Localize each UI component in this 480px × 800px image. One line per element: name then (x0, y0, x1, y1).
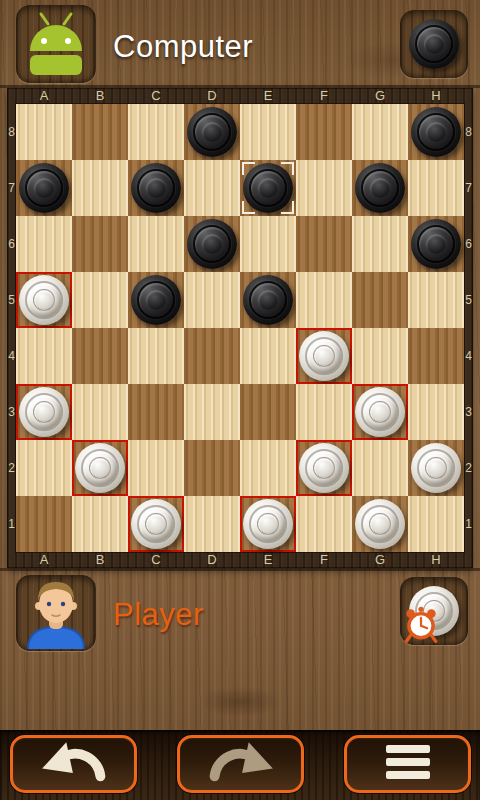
rank-label-left-7: 7 (7, 160, 16, 216)
file-label-top-f: F (296, 88, 352, 104)
file-label-top-c: C (128, 88, 184, 104)
rank-label-left-8: 8 (7, 104, 16, 160)
rank-label-left-4: 4 (7, 328, 16, 384)
square-a5[interactable] (16, 272, 72, 328)
square-h6[interactable] (408, 216, 464, 272)
square-d5[interactable] (184, 272, 240, 328)
white-man-c1[interactable] (131, 499, 181, 549)
redo-arrow-icon (205, 740, 277, 788)
square-h1[interactable] (408, 496, 464, 552)
file-label-bottom-d: D (184, 552, 240, 568)
square-g4[interactable] (352, 328, 408, 384)
square-b5[interactable] (72, 272, 128, 328)
file-label-bottom-b: B (72, 552, 128, 568)
file-label-bottom-f: F (296, 552, 352, 568)
square-d1[interactable] (184, 496, 240, 552)
black-man-d8[interactable] (187, 107, 237, 157)
square-b4[interactable] (72, 328, 128, 384)
player-name-label: Player (113, 597, 204, 633)
player-piece-tray[interactable] (400, 577, 468, 645)
square-h3[interactable] (408, 384, 464, 440)
white-man-g3[interactable] (355, 387, 405, 437)
square-c6[interactable] (128, 216, 184, 272)
square-d3[interactable] (184, 384, 240, 440)
square-a1[interactable] (16, 496, 72, 552)
square-d2[interactable] (184, 440, 240, 496)
square-d6[interactable] (184, 216, 240, 272)
computer-side-indicator (409, 19, 459, 69)
file-label-top-d: D (184, 88, 240, 104)
rank-label-right-6: 6 (464, 216, 473, 272)
white-man-b2[interactable] (75, 443, 125, 493)
black-man-h6[interactable] (411, 219, 461, 269)
checkers-board: ABCDEFGH ABCDEFGH 87654321 87654321 (7, 88, 473, 568)
rank-label-left-1: 1 (7, 496, 16, 552)
square-h5[interactable] (408, 272, 464, 328)
black-checker-piece (409, 19, 459, 69)
computer-avatar-button[interactable] (16, 5, 96, 83)
file-label-top-e: E (240, 88, 296, 104)
square-e2[interactable] (240, 440, 296, 496)
computer-piece-tray[interactable] (400, 10, 468, 78)
file-labels-bottom: ABCDEFGH (16, 552, 464, 568)
player-side-indicator (409, 586, 459, 636)
square-c3[interactable] (128, 384, 184, 440)
black-man-e5[interactable] (243, 275, 293, 325)
square-h2[interactable] (408, 440, 464, 496)
square-f1[interactable] (296, 496, 352, 552)
square-g6[interactable] (352, 216, 408, 272)
square-d7[interactable] (184, 160, 240, 216)
rank-label-left-3: 3 (7, 384, 16, 440)
rank-label-left-5: 5 (7, 272, 16, 328)
undo-button[interactable] (10, 735, 137, 793)
square-f8[interactable] (296, 104, 352, 160)
rank-labels-left: 87654321 (7, 104, 16, 552)
undo-arrow-icon (38, 740, 110, 788)
file-label-top-b: B (72, 88, 128, 104)
square-g1[interactable] (352, 496, 408, 552)
square-a7[interactable] (16, 160, 72, 216)
player-avatar-button[interactable] (16, 575, 96, 651)
rank-label-right-1: 1 (464, 496, 473, 552)
square-h4[interactable] (408, 328, 464, 384)
rank-label-right-3: 3 (464, 384, 473, 440)
computer-name-label: Computer (113, 29, 253, 65)
rank-labels-right: 87654321 (464, 104, 473, 552)
square-a8[interactable] (16, 104, 72, 160)
square-f4[interactable] (296, 328, 352, 384)
square-h8[interactable] (408, 104, 464, 160)
square-g7[interactable] (352, 160, 408, 216)
square-g8[interactable] (352, 104, 408, 160)
square-e8[interactable] (240, 104, 296, 160)
square-h7[interactable] (408, 160, 464, 216)
rank-label-right-7: 7 (464, 160, 473, 216)
square-d8[interactable] (184, 104, 240, 160)
android-robot-icon (16, 5, 96, 83)
square-c8[interactable] (128, 104, 184, 160)
black-man-c5[interactable] (131, 275, 181, 325)
square-e4[interactable] (240, 328, 296, 384)
square-f3[interactable] (296, 384, 352, 440)
square-b8[interactable] (72, 104, 128, 160)
square-d4[interactable] (184, 328, 240, 384)
file-label-bottom-h: H (408, 552, 464, 568)
square-g2[interactable] (352, 440, 408, 496)
white-man-h2[interactable] (411, 443, 461, 493)
rank-label-left-2: 2 (7, 440, 16, 496)
square-a4[interactable] (16, 328, 72, 384)
black-man-h8[interactable] (411, 107, 461, 157)
alarm-clock-icon (402, 605, 440, 643)
square-c5[interactable] (128, 272, 184, 328)
wood-seam-bottom (0, 568, 480, 571)
square-b7[interactable] (72, 160, 128, 216)
white-man-a5[interactable] (19, 275, 69, 325)
square-c4[interactable] (128, 328, 184, 384)
hamburger-menu-icon (382, 740, 434, 788)
square-a6[interactable] (16, 216, 72, 272)
square-e3[interactable] (240, 384, 296, 440)
square-c1[interactable] (128, 496, 184, 552)
square-e1[interactable] (240, 496, 296, 552)
board-grid (16, 104, 464, 552)
square-g3[interactable] (352, 384, 408, 440)
rank-label-left-6: 6 (7, 216, 16, 272)
white-man-g1[interactable] (355, 499, 405, 549)
black-man-c7[interactable] (131, 163, 181, 213)
black-man-e7[interactable] (243, 163, 293, 213)
player-avatar (16, 575, 96, 651)
white-man-f2[interactable] (299, 443, 349, 493)
square-c2[interactable] (128, 440, 184, 496)
rank-label-right-8: 8 (464, 104, 473, 160)
square-f6[interactable] (296, 216, 352, 272)
file-label-bottom-c: C (128, 552, 184, 568)
square-a2[interactable] (16, 440, 72, 496)
file-label-bottom-a: A (16, 552, 72, 568)
square-a3[interactable] (16, 384, 72, 440)
file-label-bottom-e: E (240, 552, 296, 568)
square-f2[interactable] (296, 440, 352, 496)
square-b1[interactable] (72, 496, 128, 552)
square-e6[interactable] (240, 216, 296, 272)
square-b2[interactable] (72, 440, 128, 496)
file-labels-top: ABCDEFGH (16, 88, 464, 104)
menu-button[interactable] (344, 735, 471, 793)
square-c7[interactable] (128, 160, 184, 216)
square-f7[interactable] (296, 160, 352, 216)
square-b3[interactable] (72, 384, 128, 440)
square-b6[interactable] (72, 216, 128, 272)
white-man-a3[interactable] (19, 387, 69, 437)
rank-label-right-4: 4 (464, 328, 473, 384)
file-label-top-g: G (352, 88, 408, 104)
square-e5[interactable] (240, 272, 296, 328)
redo-button[interactable] (177, 735, 304, 793)
black-man-d6[interactable] (187, 219, 237, 269)
rank-label-right-5: 5 (464, 272, 473, 328)
rank-label-right-2: 2 (464, 440, 473, 496)
black-man-a7[interactable] (19, 163, 69, 213)
square-g5[interactable] (352, 272, 408, 328)
square-e7[interactable] (240, 160, 296, 216)
file-label-top-h: H (408, 88, 464, 104)
square-f5[interactable] (296, 272, 352, 328)
white-man-f4[interactable] (299, 331, 349, 381)
file-label-top-a: A (16, 88, 72, 104)
file-label-bottom-g: G (352, 552, 408, 568)
black-man-g7[interactable] (355, 163, 405, 213)
white-man-e1[interactable] (243, 499, 293, 549)
